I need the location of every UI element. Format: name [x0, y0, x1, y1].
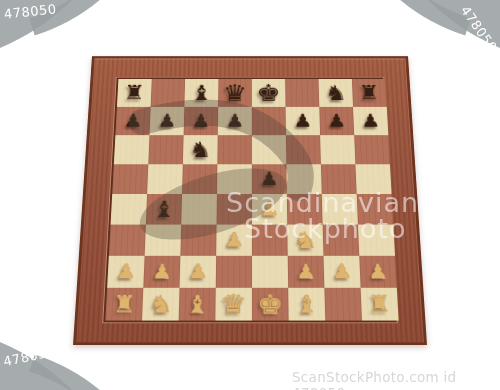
square-f6: [286, 135, 321, 164]
piece-black-pawn: ♟: [123, 107, 143, 135]
square-f2: ♟: [288, 256, 325, 288]
square-b2: ♟: [143, 256, 180, 288]
square-a6: [114, 135, 150, 164]
square-e6: [252, 135, 287, 164]
square-b4: ♝: [146, 194, 182, 224]
watermark-brand-line2: Stockphoto: [244, 216, 419, 242]
stock-photo-canvas: ♜♝♛♚♞♜♟♟♟♟♟♟♟♞♟♝♟♟♞♟♟♟♟♟♟♜♞♝♛♚♝♜ 478050 …: [0, 0, 500, 390]
piece-black-pawn: ♟: [293, 107, 313, 135]
piece-white-rook: ♜: [367, 288, 392, 321]
square-d7: ♟: [218, 107, 252, 135]
piece-black-rook: ♜: [123, 79, 145, 107]
square-a5: [112, 164, 148, 194]
watermark-arc-bottom-left: [32, 363, 110, 390]
square-g7: ♟: [319, 107, 354, 135]
square-g1: [324, 288, 362, 321]
square-c5: [182, 164, 217, 194]
square-f1: ♝: [288, 288, 325, 321]
square-g2: ♟: [323, 256, 360, 288]
piece-black-pawn: ♟: [225, 107, 244, 135]
piece-white-bishop: ♝: [185, 288, 210, 321]
piece-black-pawn: ♟: [157, 107, 177, 135]
piece-white-queen: ♛: [220, 288, 247, 321]
square-e8: ♚: [252, 79, 286, 107]
piece-black-knight: ♞: [189, 135, 212, 164]
square-e2: [252, 256, 288, 288]
piece-black-bishop: ♝: [152, 194, 176, 224]
square-d8: ♛: [218, 79, 252, 107]
square-h8: ♜: [352, 79, 387, 107]
square-h6: [354, 135, 390, 164]
piece-black-bishop: ♝: [190, 79, 213, 107]
chess-board: ♜♝♛♚♞♜♟♟♟♟♟♟♟♞♟♝♟♟♞♟♟♟♟♟♟♜♞♝♛♚♝♜: [73, 0, 427, 345]
square-e1: ♚: [252, 288, 289, 321]
square-c8: ♝: [184, 79, 218, 107]
square-b1: ♞: [142, 288, 180, 321]
square-a7: ♟: [115, 107, 150, 135]
watermark-brand: Scandinavian Stockphoto: [226, 190, 419, 242]
piece-black-knight: ♞: [324, 79, 347, 107]
piece-white-pawn: ♟: [151, 256, 172, 288]
square-a3: [109, 225, 146, 256]
piece-white-pawn: ♟: [331, 256, 352, 288]
piece-black-queen: ♛: [223, 79, 248, 107]
piece-white-bishop: ♝: [294, 288, 319, 321]
piece-white-pawn: ♟: [115, 256, 137, 288]
piece-white-pawn: ♟: [188, 256, 209, 288]
square-c1: ♝: [179, 288, 216, 321]
piece-white-pawn: ♟: [367, 256, 389, 288]
watermark-footer: ScanStockPhoto.com id 478050: [292, 369, 500, 390]
square-c2: ♟: [180, 256, 217, 288]
watermark-id-top-right: 478050: [458, 3, 500, 55]
square-b5: [147, 164, 183, 194]
square-b8: [151, 79, 185, 107]
piece-white-king: ♚: [257, 288, 284, 321]
square-a8: ♜: [117, 79, 152, 107]
watermark-id-top-left: 478050: [3, 1, 57, 21]
piece-white-pawn: ♟: [296, 256, 317, 288]
piece-black-pawn: ♟: [360, 107, 380, 135]
piece-black-pawn: ♟: [191, 107, 210, 135]
square-c3: [180, 225, 216, 256]
piece-black-pawn: ♟: [327, 107, 347, 135]
square-c4: [181, 194, 217, 224]
square-b6: [148, 135, 183, 164]
square-a2: ♟: [107, 256, 145, 288]
piece-white-rook: ♜: [112, 288, 137, 321]
square-h7: ♟: [353, 107, 388, 135]
square-d2: [216, 256, 252, 288]
square-g6: [320, 135, 355, 164]
square-a1: ♜: [105, 288, 143, 321]
square-d6: [217, 135, 252, 164]
square-b3: [145, 225, 182, 256]
square-h2: ♟: [359, 256, 397, 288]
piece-black-king: ♚: [256, 79, 281, 107]
square-g8: ♞: [319, 79, 354, 107]
square-a4: [111, 194, 148, 224]
square-d1: ♛: [215, 288, 252, 321]
square-h1: ♜: [361, 288, 399, 321]
watermark-id-bottom-left: 478050: [2, 344, 57, 370]
square-f7: ♟: [286, 107, 321, 135]
piece-white-knight: ♞: [148, 288, 173, 321]
square-e7: [252, 107, 286, 135]
square-c7: ♟: [184, 107, 218, 135]
piece-black-rook: ♜: [358, 79, 380, 107]
square-f8: [285, 79, 319, 107]
square-b7: ♟: [149, 107, 184, 135]
square-c6: ♞: [183, 135, 218, 164]
